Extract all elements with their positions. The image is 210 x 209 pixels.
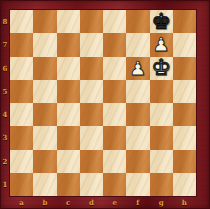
square-h1[interactable] <box>173 173 196 196</box>
file-label-c: c <box>57 196 80 209</box>
rank-labels: 87654321 <box>0 10 10 196</box>
square-d2[interactable] <box>80 150 103 173</box>
square-g6[interactable]: ♚ <box>150 57 173 80</box>
square-h5[interactable] <box>173 80 196 103</box>
square-f7[interactable] <box>126 33 149 56</box>
square-d7[interactable] <box>80 33 103 56</box>
square-e8[interactable] <box>103 10 126 33</box>
square-c8[interactable] <box>57 10 80 33</box>
square-a8[interactable] <box>10 10 33 33</box>
square-g5[interactable] <box>150 80 173 103</box>
square-b5[interactable] <box>33 80 56 103</box>
file-label-g: g <box>150 196 173 209</box>
file-label-h: h <box>173 196 196 209</box>
square-d8[interactable] <box>80 10 103 33</box>
square-c6[interactable] <box>57 57 80 80</box>
square-c1[interactable] <box>57 173 80 196</box>
file-label-a: a <box>10 196 33 209</box>
square-f4[interactable] <box>126 103 149 126</box>
rank-label-5: 5 <box>0 80 10 103</box>
file-label-e: e <box>103 196 126 209</box>
file-label-d: d <box>80 196 103 209</box>
white-king-g6[interactable]: ♚ <box>151 57 171 79</box>
square-h3[interactable] <box>173 126 196 149</box>
white-pawn-f6[interactable]: ♟ <box>129 59 146 78</box>
square-d4[interactable] <box>80 103 103 126</box>
square-g3[interactable] <box>150 126 173 149</box>
square-e4[interactable] <box>103 103 126 126</box>
rank-label-3: 3 <box>0 126 10 149</box>
square-e7[interactable] <box>103 33 126 56</box>
square-g8[interactable]: ♚ <box>150 10 173 33</box>
square-d5[interactable] <box>80 80 103 103</box>
square-c2[interactable] <box>57 150 80 173</box>
rank-label-6: 6 <box>0 57 10 80</box>
square-b7[interactable] <box>33 33 56 56</box>
square-e2[interactable] <box>103 150 126 173</box>
rank-label-1: 1 <box>0 173 10 196</box>
square-e6[interactable] <box>103 57 126 80</box>
square-e5[interactable] <box>103 80 126 103</box>
square-g2[interactable] <box>150 150 173 173</box>
black-king-g8[interactable]: ♚ <box>151 11 171 33</box>
file-label-b: b <box>33 196 56 209</box>
square-b3[interactable] <box>33 126 56 149</box>
square-e1[interactable] <box>103 173 126 196</box>
square-c4[interactable] <box>57 103 80 126</box>
rank-label-4: 4 <box>0 103 10 126</box>
rank-label-2: 2 <box>0 150 10 173</box>
square-c5[interactable] <box>57 80 80 103</box>
square-f8[interactable] <box>126 10 149 33</box>
square-d1[interactable] <box>80 173 103 196</box>
square-f3[interactable] <box>126 126 149 149</box>
square-b8[interactable] <box>33 10 56 33</box>
square-g7[interactable]: ♟ <box>150 33 173 56</box>
square-a2[interactable] <box>10 150 33 173</box>
square-h2[interactable] <box>173 150 196 173</box>
square-g4[interactable] <box>150 103 173 126</box>
square-f1[interactable] <box>126 173 149 196</box>
chess-board-frame: 87654321 abcdefgh ♚♟♟♚ <box>0 0 210 209</box>
square-a1[interactable] <box>10 173 33 196</box>
square-c7[interactable] <box>57 33 80 56</box>
square-a6[interactable] <box>10 57 33 80</box>
white-pawn-g7[interactable]: ♟ <box>153 35 170 54</box>
square-d3[interactable] <box>80 126 103 149</box>
square-b6[interactable] <box>33 57 56 80</box>
rank-label-8: 8 <box>0 10 10 33</box>
square-h7[interactable] <box>173 33 196 56</box>
chess-board: ♚♟♟♚ <box>10 10 196 196</box>
rank-label-7: 7 <box>0 33 10 56</box>
file-labels: abcdefgh <box>10 196 196 209</box>
square-a4[interactable] <box>10 103 33 126</box>
square-b1[interactable] <box>33 173 56 196</box>
square-h4[interactable] <box>173 103 196 126</box>
file-label-f: f <box>126 196 149 209</box>
square-e3[interactable] <box>103 126 126 149</box>
square-a5[interactable] <box>10 80 33 103</box>
square-h6[interactable] <box>173 57 196 80</box>
square-a7[interactable] <box>10 33 33 56</box>
square-f6[interactable]: ♟ <box>126 57 149 80</box>
square-f5[interactable] <box>126 80 149 103</box>
square-g1[interactable] <box>150 173 173 196</box>
square-b2[interactable] <box>33 150 56 173</box>
square-f2[interactable] <box>126 150 149 173</box>
square-h8[interactable] <box>173 10 196 33</box>
square-a3[interactable] <box>10 126 33 149</box>
square-d6[interactable] <box>80 57 103 80</box>
square-b4[interactable] <box>33 103 56 126</box>
square-c3[interactable] <box>57 126 80 149</box>
